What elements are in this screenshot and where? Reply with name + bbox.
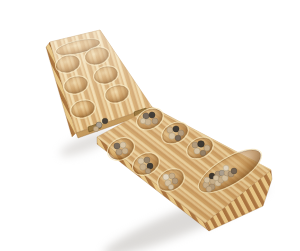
photo-canvas — [0, 0, 300, 251]
near-half — [97, 104, 272, 231]
mancala-board-photo — [0, 0, 300, 251]
